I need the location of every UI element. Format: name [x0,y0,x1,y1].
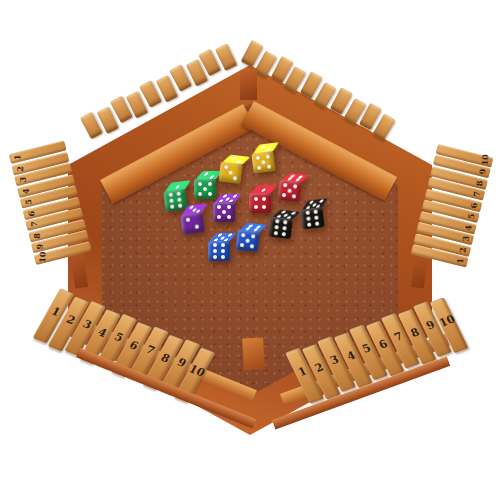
die-pip [266,155,270,159]
die-pip [213,249,217,253]
die-pip [319,200,324,204]
die-pip [227,205,231,209]
die-pip [227,234,233,237]
die-pip [204,172,210,175]
die-pip [254,197,258,201]
die-front-face [249,193,271,213]
die-pip [274,225,278,229]
dice-layer [0,0,500,500]
die-pip [169,198,173,202]
red-die[interactable] [277,172,306,204]
blue-die[interactable] [208,233,234,262]
die-pip [228,171,232,175]
yellow-die[interactable] [250,143,279,175]
die-front-face [218,161,242,184]
die-pip [262,205,266,209]
die-pip [274,231,278,235]
die-pip [275,219,279,223]
die-pip [283,183,287,187]
die-pip [169,193,173,197]
die-pip [224,165,228,169]
die-pip [307,222,311,226]
yellow-die[interactable] [218,154,247,186]
die-pip [261,145,266,149]
product-photo: 12345678910 12345678910 12345678910 1234… [0,0,500,500]
die-pip [306,216,310,220]
die-pip [213,255,217,259]
die-pip [282,232,286,236]
die-pip [240,243,244,247]
die-pip [175,185,180,189]
die-pip [208,192,212,196]
die-front-face [180,212,204,235]
die-pip [257,165,261,169]
die-front-face [268,216,292,239]
die-pip [250,244,254,248]
die-pip [254,205,258,209]
die-pip [195,224,199,228]
black-die[interactable] [268,209,297,241]
die-pip [185,218,189,222]
die-pip [241,233,245,237]
die-pip [221,249,225,253]
die-pip [217,215,221,219]
die-pip [290,212,296,215]
purple-die[interactable] [179,204,208,236]
die-pip [213,243,217,247]
die-pip [261,188,267,191]
die-pip [255,156,259,160]
die-front-face [251,151,275,174]
die-pip [208,182,212,186]
die-pip [292,194,296,198]
die-pip [287,189,291,193]
die-pip [198,192,202,196]
die-pip [245,239,249,243]
die-pip [315,221,319,225]
die-pip [306,211,310,215]
black-die[interactable] [299,199,328,231]
die-pip [227,215,231,219]
die-pip [231,156,237,159]
die-front-face [235,229,259,252]
die-pip [262,197,266,201]
die-front-face [300,207,324,230]
die-front-face [213,202,235,222]
die-pip [283,220,287,224]
die-pip [232,195,238,198]
die-pip [170,204,174,208]
die-front-face [208,241,230,261]
die-pip [198,182,202,186]
die-pip [313,210,317,214]
die-pip [293,184,297,188]
die-pip [221,255,225,259]
die-front-face [277,179,301,202]
die-pip [217,205,221,209]
purple-die[interactable] [213,194,239,223]
die-pip [221,243,225,247]
die-pip [282,226,286,230]
die-pip [176,192,180,196]
die-pip [267,164,271,168]
die-pip [282,193,286,197]
die-pip [203,187,207,191]
die-pip [251,234,255,238]
die-pip [314,216,318,220]
die-pip [261,160,265,164]
die-pip [233,176,237,180]
die-pip [177,198,181,202]
blue-die[interactable] [235,222,264,254]
die-pip [222,210,226,214]
